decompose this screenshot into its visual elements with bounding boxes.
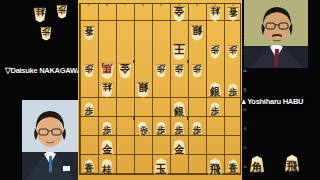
piece-玉-5i[interactable]: 玉 — [154, 158, 169, 175]
piece-歩-8g[interactable]: 歩 — [101, 121, 113, 135]
sente-player-photo — [244, 0, 308, 68]
file-label-1: 1 — [229, 3, 238, 7]
hand-piece-歩[interactable]: 歩 — [56, 5, 68, 19]
square-9d[interactable]: 歩 — [80, 61, 98, 80]
piece-王-4c[interactable]: 王 — [172, 44, 187, 61]
hand-piece-飛[interactable]: 飛 — [285, 155, 300, 172]
piece-桂-8i[interactable]: 桂 — [101, 159, 114, 174]
square-5i[interactable]: 玉 — [152, 157, 170, 176]
piece-香-9i[interactable]: 香 — [83, 159, 95, 173]
piece-金-4h[interactable]: 金 — [172, 140, 186, 156]
square-7h[interactable] — [116, 138, 134, 157]
square-4f[interactable]: 銀 — [170, 100, 188, 119]
file-label-8: 8 — [103, 3, 112, 7]
square-4a[interactable]: 金 — [170, 4, 188, 23]
file-label-6: 6 — [139, 3, 148, 7]
shogi-board: 金桂香香銀王歩歩歩馬金歩歩歩桂銀銀歩歩銀歩歩歩歩歩歩金金香桂玉飛香9876543… — [78, 0, 242, 180]
square-4h[interactable]: 金 — [170, 138, 188, 157]
square-6b[interactable] — [134, 23, 152, 42]
square-9c[interactable] — [80, 42, 98, 61]
file-label-9: 9 — [85, 3, 94, 7]
square-9b[interactable]: 香 — [80, 23, 98, 42]
piece-歩-5d[interactable]: 歩 — [155, 64, 167, 78]
square-7i[interactable] — [116, 157, 134, 176]
piece-桂-2a[interactable]: 桂 — [209, 6, 222, 21]
piece-桂-8e[interactable]: 桂 — [101, 82, 114, 97]
square-7c[interactable] — [116, 42, 134, 61]
square-2f[interactable]: 歩 — [206, 100, 224, 119]
square-7b[interactable] — [116, 23, 134, 42]
square-4b[interactable] — [170, 23, 188, 42]
square-6h[interactable] — [134, 138, 152, 157]
piece-金-8h[interactable]: 金 — [100, 140, 114, 156]
square-9e[interactable] — [80, 80, 98, 99]
square-5a[interactable] — [152, 4, 170, 23]
square-9f[interactable]: 歩 — [80, 100, 98, 119]
square-4i[interactable] — [170, 157, 188, 176]
square-3c[interactable] — [188, 42, 206, 61]
gote-captured-tray: 桂歩歩 — [22, 0, 78, 62]
square-6d[interactable] — [134, 61, 152, 80]
square-9i[interactable]: 香 — [80, 157, 98, 176]
piece-歩-1e[interactable]: 歩 — [227, 83, 239, 97]
square-5h[interactable] — [152, 138, 170, 157]
piece-香-1i[interactable]: 香 — [227, 159, 239, 173]
square-4d[interactable]: 歩 — [170, 61, 188, 80]
square-7d[interactable]: 金 — [116, 61, 134, 80]
square-7e[interactable] — [116, 80, 134, 99]
piece-歩-9d[interactable]: 歩 — [83, 64, 95, 78]
piece-歩-2f[interactable]: 歩 — [209, 102, 221, 116]
square-1i[interactable]: 香 — [224, 157, 242, 176]
piece-金-7d[interactable]: 金 — [118, 63, 132, 79]
square-3g[interactable]: 歩 — [188, 119, 206, 138]
square-9a[interactable] — [80, 4, 98, 23]
file-label-4: 4 — [175, 3, 184, 7]
square-3b[interactable]: 銀 — [188, 23, 206, 42]
rank-label-5: 五 — [243, 85, 247, 95]
piece-歩-4g[interactable]: 歩 — [173, 121, 185, 135]
square-7f[interactable] — [116, 100, 134, 119]
square-1d[interactable] — [224, 61, 242, 80]
square-7a[interactable] — [116, 4, 134, 23]
square-9h[interactable] — [80, 138, 98, 157]
square-1b[interactable] — [224, 23, 242, 42]
square-6i[interactable] — [134, 157, 152, 176]
piece-馬-8d[interactable]: 馬 — [100, 63, 115, 80]
square-5c[interactable] — [152, 42, 170, 61]
square-5g[interactable]: 歩 — [152, 119, 170, 138]
board-grid: 金桂香香銀王歩歩歩馬金歩歩歩桂銀銀歩歩銀歩歩歩歩歩歩金金香桂玉飛香9876543… — [79, 3, 241, 175]
square-2e[interactable]: 銀 — [206, 80, 224, 99]
piece-歩-2c[interactable]: 歩 — [209, 45, 221, 59]
square-4c[interactable]: 王 — [170, 42, 188, 61]
square-6g[interactable]: 歩 — [134, 119, 152, 138]
square-9g[interactable] — [80, 119, 98, 138]
square-1g[interactable] — [224, 119, 242, 138]
file-label-7: 7 — [121, 3, 130, 7]
square-2h[interactable] — [206, 138, 224, 157]
hand-piece-歩[interactable]: 歩 — [40, 27, 52, 41]
rank-label-7: 七 — [243, 123, 247, 133]
square-3d[interactable]: 歩 — [188, 61, 206, 80]
sente-nameplate: ▲Yoshiharu HABU — [240, 97, 303, 106]
square-2a[interactable]: 桂 — [206, 4, 224, 23]
square-7g[interactable] — [116, 119, 134, 138]
piece-銀-4f[interactable]: 銀 — [172, 101, 186, 117]
square-2g[interactable] — [206, 119, 224, 138]
piece-歩-1c[interactable]: 歩 — [227, 45, 239, 59]
square-8c[interactable] — [98, 42, 116, 61]
square-8d[interactable]: 馬 — [98, 61, 116, 80]
piece-歩-9f[interactable]: 歩 — [83, 102, 95, 116]
square-3i[interactable] — [188, 157, 206, 176]
hoshi-dot — [133, 60, 136, 63]
piece-飛-2i[interactable]: 飛 — [208, 158, 223, 175]
square-8e[interactable]: 桂 — [98, 80, 116, 99]
piece-金-4a[interactable]: 金 — [172, 6, 186, 22]
square-6f[interactable] — [134, 100, 152, 119]
square-1h[interactable] — [224, 138, 242, 157]
square-2i[interactable]: 飛 — [206, 157, 224, 176]
square-4e[interactable] — [170, 80, 188, 99]
square-2c[interactable]: 歩 — [206, 42, 224, 61]
square-5f[interactable] — [152, 100, 170, 119]
piece-歩-4d[interactable]: 歩 — [173, 64, 185, 78]
square-6c[interactable] — [134, 42, 152, 61]
square-2d[interactable] — [206, 61, 224, 80]
square-8a[interactable] — [98, 4, 116, 23]
square-3h[interactable] — [188, 138, 206, 157]
square-8i[interactable]: 桂 — [98, 157, 116, 176]
square-3f[interactable] — [188, 100, 206, 119]
sente-captured-tray: 角飛 — [244, 150, 308, 180]
square-3e[interactable] — [188, 80, 206, 99]
square-5b[interactable] — [152, 23, 170, 42]
square-8f[interactable] — [98, 100, 116, 119]
square-1c[interactable]: 歩 — [224, 42, 242, 61]
square-6a[interactable] — [134, 4, 152, 23]
piece-銀-6e[interactable]: 銀 — [136, 82, 150, 98]
gote-player-photo — [22, 100, 78, 180]
piece-香-9b[interactable]: 香 — [83, 26, 95, 40]
file-label-3: 3 — [193, 3, 202, 7]
piece-香-1a[interactable]: 香 — [227, 7, 239, 21]
gote-nameplate: ▽Daisuke NAKAGAWA — [5, 66, 82, 75]
piece-歩-5g[interactable]: 歩 — [155, 121, 167, 135]
square-5d[interactable]: 歩 — [152, 61, 170, 80]
square-4g[interactable]: 歩 — [170, 119, 188, 138]
square-5e[interactable] — [152, 80, 170, 99]
hand-piece-角[interactable]: 角 — [250, 156, 265, 173]
hoshi-dot — [187, 60, 190, 63]
file-label-2: 2 — [211, 3, 220, 7]
piece-歩-3d[interactable]: 歩 — [191, 64, 203, 78]
hand-piece-桂[interactable]: 桂 — [34, 8, 47, 23]
square-8h[interactable]: 金 — [98, 138, 116, 157]
broadcast-frame: 桂歩歩 ▽Daisuke NAKAGAWA 金桂香香銀王歩歩歩馬金歩歩歩桂銀銀歩… — [0, 0, 320, 180]
square-1a[interactable]: 香 — [224, 4, 242, 23]
piece-歩-3g[interactable]: 歩 — [191, 121, 203, 135]
piece-銀-3b[interactable]: 銀 — [190, 25, 204, 41]
file-label-5: 5 — [157, 3, 166, 7]
piece-銀-2e[interactable]: 銀 — [208, 82, 222, 98]
square-8b[interactable] — [98, 23, 116, 42]
piece-歩-6g[interactable]: 歩 — [135, 120, 151, 137]
square-3a[interactable] — [188, 4, 206, 23]
square-6e[interactable]: 銀 — [134, 80, 152, 99]
square-8g[interactable]: 歩 — [98, 119, 116, 138]
square-2b[interactable] — [206, 23, 224, 42]
